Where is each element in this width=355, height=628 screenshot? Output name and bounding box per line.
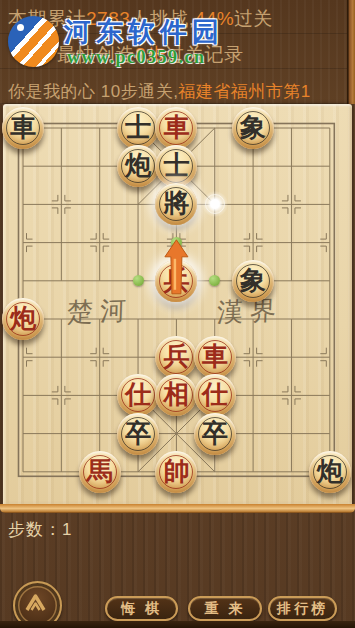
top-player-line: 你是我的心 10步通关,福建省福州市第1	[8, 80, 311, 103]
move-arrow-icon	[165, 240, 188, 294]
top-player-rank: 福建省福州市第1	[178, 82, 310, 101]
chevron-up-icon	[15, 583, 56, 624]
step-counter-label: 步数：	[8, 520, 62, 539]
undo-move-button[interactable]: 悔 棋	[105, 596, 178, 621]
xiangqi-app: 本期累计2783人挑战,44%过关 最快创造8步过关记录 你是我的心 10步通关…	[0, 0, 355, 628]
stats-suffix: 过关	[234, 8, 273, 29]
cursor-highlight	[202, 191, 228, 217]
watermark-site-name: 河东软件园	[64, 14, 224, 50]
move-arrow-layer	[3, 104, 352, 504]
xiangqi-board[interactable]: 楚河 漢界 車士車象炮士將兵象炮兵車仕相仕卒卒馬帥炮	[3, 104, 352, 504]
leaderboard-button[interactable]: 排行榜	[268, 596, 337, 621]
bottom-edge	[0, 621, 355, 628]
watermark-logo-icon	[8, 16, 59, 67]
restart-button[interactable]: 重 来	[188, 596, 262, 621]
wood-plank-edge	[347, 0, 355, 104]
step-counter: 步数：1	[8, 518, 72, 541]
board-front-edge	[0, 504, 355, 513]
watermark-site-url: www.pc0359.cn	[67, 47, 206, 68]
top-player-name: 你是我的心 10步通关,	[8, 82, 178, 101]
step-counter-value: 1	[62, 520, 72, 539]
